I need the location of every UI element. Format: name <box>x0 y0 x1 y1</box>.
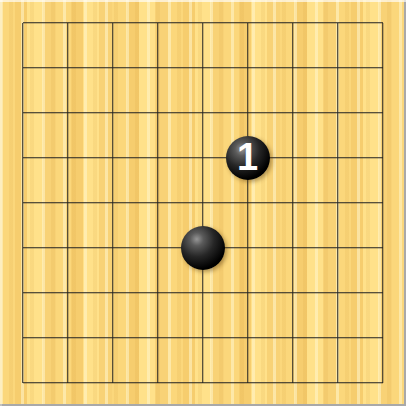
intersection[interactable] <box>180 360 225 405</box>
intersection[interactable] <box>360 135 405 180</box>
intersection[interactable] <box>0 90 45 135</box>
intersection[interactable] <box>225 315 270 360</box>
intersection[interactable] <box>135 360 180 405</box>
intersection[interactable] <box>90 0 135 45</box>
intersection[interactable] <box>225 0 270 45</box>
intersection[interactable] <box>135 90 180 135</box>
intersection[interactable] <box>180 0 225 45</box>
intersection[interactable] <box>0 45 45 90</box>
intersection[interactable] <box>45 0 90 45</box>
board-grid: 1 <box>0 0 405 405</box>
intersection[interactable] <box>90 180 135 225</box>
intersection[interactable] <box>135 0 180 45</box>
intersection[interactable] <box>360 270 405 315</box>
intersection[interactable] <box>270 270 315 315</box>
intersection[interactable] <box>45 360 90 405</box>
intersection[interactable] <box>0 315 45 360</box>
intersection[interactable] <box>360 90 405 135</box>
intersection[interactable] <box>135 315 180 360</box>
intersection[interactable] <box>180 90 225 135</box>
intersection[interactable] <box>90 45 135 90</box>
intersection[interactable] <box>0 270 45 315</box>
intersection[interactable] <box>90 135 135 180</box>
intersection[interactable] <box>135 225 180 270</box>
intersection[interactable] <box>135 180 180 225</box>
intersection[interactable] <box>270 90 315 135</box>
intersection[interactable] <box>270 135 315 180</box>
intersection[interactable] <box>315 90 360 135</box>
intersection[interactable] <box>225 270 270 315</box>
intersection[interactable] <box>315 180 360 225</box>
intersection[interactable] <box>135 270 180 315</box>
intersection[interactable] <box>0 225 45 270</box>
intersection[interactable] <box>360 180 405 225</box>
intersection[interactable] <box>45 180 90 225</box>
intersection[interactable] <box>90 90 135 135</box>
intersection[interactable] <box>270 360 315 405</box>
intersection[interactable] <box>45 225 90 270</box>
intersection[interactable]: 1 <box>225 135 270 180</box>
black-stone: 1 <box>226 136 270 180</box>
intersection[interactable] <box>270 45 315 90</box>
intersection[interactable] <box>90 315 135 360</box>
intersection[interactable] <box>180 225 225 270</box>
intersection[interactable] <box>315 45 360 90</box>
intersection[interactable] <box>270 225 315 270</box>
intersection[interactable] <box>0 360 45 405</box>
intersection[interactable] <box>315 270 360 315</box>
intersection[interactable] <box>270 0 315 45</box>
intersection[interactable] <box>315 360 360 405</box>
intersection[interactable] <box>360 360 405 405</box>
intersection[interactable] <box>315 135 360 180</box>
intersection[interactable] <box>180 135 225 180</box>
intersection[interactable] <box>135 135 180 180</box>
intersection[interactable] <box>45 135 90 180</box>
intersection[interactable] <box>0 180 45 225</box>
intersection[interactable] <box>270 180 315 225</box>
black-stone <box>181 226 225 270</box>
stone-label: 1 <box>237 138 258 176</box>
intersection[interactable] <box>225 225 270 270</box>
intersection[interactable] <box>315 315 360 360</box>
intersection[interactable] <box>315 0 360 45</box>
intersection[interactable] <box>180 45 225 90</box>
intersection[interactable] <box>0 135 45 180</box>
intersection[interactable] <box>0 0 45 45</box>
intersection[interactable] <box>270 315 315 360</box>
intersection[interactable] <box>45 45 90 90</box>
intersection[interactable] <box>135 45 180 90</box>
intersection[interactable] <box>90 270 135 315</box>
intersection[interactable] <box>225 90 270 135</box>
intersection[interactable] <box>45 315 90 360</box>
intersection[interactable] <box>180 180 225 225</box>
intersection[interactable] <box>225 360 270 405</box>
intersection[interactable] <box>225 180 270 225</box>
intersection[interactable] <box>360 315 405 360</box>
intersection[interactable] <box>225 45 270 90</box>
intersection[interactable] <box>90 360 135 405</box>
go-board: 1 <box>0 0 406 406</box>
intersection[interactable] <box>315 225 360 270</box>
intersection[interactable] <box>360 45 405 90</box>
intersection[interactable] <box>360 225 405 270</box>
intersection[interactable] <box>180 270 225 315</box>
intersection[interactable] <box>45 270 90 315</box>
intersection[interactable] <box>360 0 405 45</box>
intersection[interactable] <box>180 315 225 360</box>
intersection[interactable] <box>45 90 90 135</box>
intersection[interactable] <box>90 225 135 270</box>
